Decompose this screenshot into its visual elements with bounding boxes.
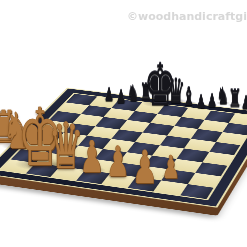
piece-shadow: [216, 101, 230, 105]
board-square-h1: [180, 184, 214, 199]
chess-piece-black-knight: ♞: [217, 85, 230, 108]
chess-set-photo: ©woodhandicraftgifts ♜♞♚♛♟♟♟♟♟♟♞♜♚♛♝♟♟♞♜…: [0, 0, 247, 247]
watermark: ©woodhandicraftgifts: [127, 10, 247, 23]
piece-shadow: [228, 103, 243, 107]
